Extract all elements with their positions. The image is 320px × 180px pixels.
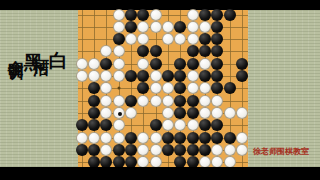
black-player-name: 金明训 — [8, 47, 24, 53]
black-stone — [88, 144, 100, 156]
black-stone — [162, 132, 174, 144]
right-background-panel: 徐老师围棋教室 — [248, 10, 320, 167]
white-stone — [113, 21, 125, 33]
white-stone — [76, 132, 88, 144]
black-stone — [125, 70, 137, 82]
white-stone — [162, 21, 174, 33]
white-stone — [88, 70, 100, 82]
white-stone — [113, 9, 125, 21]
black-stone — [211, 21, 223, 33]
black-stone — [199, 70, 211, 82]
black-stone — [137, 82, 149, 94]
white-stone — [137, 58, 149, 70]
black-stone — [150, 58, 162, 70]
white-stone — [100, 132, 112, 144]
white-stone — [113, 58, 125, 70]
black-stone — [187, 107, 199, 119]
white-stone — [224, 144, 236, 156]
white-stone — [187, 70, 199, 82]
black-stone — [174, 132, 186, 144]
black-stone — [174, 95, 186, 107]
white-stone — [236, 132, 248, 144]
white-stone — [187, 33, 199, 45]
white-stone — [150, 9, 162, 21]
black-stone — [125, 144, 137, 156]
white-stone — [211, 144, 223, 156]
black-stone — [150, 45, 162, 57]
white-stone — [113, 95, 125, 107]
black-stone — [88, 95, 100, 107]
white-stone — [100, 70, 112, 82]
white-stone — [150, 70, 162, 82]
black-stone — [199, 9, 211, 21]
black-stone — [187, 132, 199, 144]
black-stone — [125, 132, 137, 144]
white-stone — [199, 58, 211, 70]
white-stone — [137, 21, 149, 33]
black-stone — [187, 144, 199, 156]
black-stone — [76, 144, 88, 156]
black-stone — [88, 107, 100, 119]
white-stone — [150, 144, 162, 156]
white-stone — [88, 58, 100, 70]
black-stone — [187, 58, 199, 70]
white-stone — [125, 107, 137, 119]
black-stone — [211, 82, 223, 94]
black-stone — [162, 70, 174, 82]
white-stone — [236, 144, 248, 156]
white-stone — [113, 45, 125, 57]
black-stone — [211, 9, 223, 21]
black-stone — [125, 95, 137, 107]
white-stone — [150, 21, 162, 33]
black-stone — [211, 70, 223, 82]
black-stone — [150, 119, 162, 131]
white-stone — [100, 107, 112, 119]
last-move-marker — [118, 112, 122, 116]
white-side-label: 白 — [49, 36, 68, 49]
black-stone — [211, 33, 223, 45]
white-stone — [76, 58, 88, 70]
black-stone — [199, 33, 211, 45]
black-stone — [199, 119, 211, 131]
letterbox-bottom — [0, 167, 320, 180]
black-stone — [174, 144, 186, 156]
white-stone — [113, 70, 125, 82]
black-stone — [211, 119, 223, 131]
black-stone — [174, 58, 186, 70]
white-stone — [236, 107, 248, 119]
black-stone — [236, 58, 248, 70]
black-stone — [187, 45, 199, 57]
black-stone — [137, 9, 149, 21]
white-stone — [125, 33, 137, 45]
go-board — [78, 10, 248, 167]
white-stone — [187, 119, 199, 131]
white-stone — [150, 82, 162, 94]
white-stone — [162, 82, 174, 94]
black-stone — [199, 45, 211, 57]
letterbox-top — [0, 0, 320, 10]
white-stone — [150, 132, 162, 144]
watermark-text: 徐老师围棋教室 — [253, 146, 309, 157]
white-stone — [100, 45, 112, 57]
white-stone — [187, 9, 199, 21]
black-stone — [137, 45, 149, 57]
white-stone — [211, 107, 223, 119]
white-stone — [199, 82, 211, 94]
white-stone — [100, 95, 112, 107]
white-stone — [76, 70, 88, 82]
black-stone — [100, 58, 112, 70]
black-stone — [211, 132, 223, 144]
white-stone — [162, 33, 174, 45]
white-stone — [174, 33, 186, 45]
white-stone — [187, 82, 199, 94]
black-stone — [211, 45, 223, 57]
white-player-name: 柯洁 — [33, 45, 49, 49]
black-stone — [199, 132, 211, 144]
white-stone — [162, 119, 174, 131]
white-stone — [100, 144, 112, 156]
black-stone — [174, 70, 186, 82]
star-point — [117, 87, 120, 90]
black-stone — [174, 21, 186, 33]
white-stone — [162, 107, 174, 119]
black-stone — [162, 144, 174, 156]
black-stone — [88, 82, 100, 94]
player-info-panel: 黑 金明训 白 柯洁 — [0, 10, 78, 167]
white-stone — [187, 21, 199, 33]
black-stone — [187, 95, 199, 107]
white-stone — [88, 132, 100, 144]
black-stone — [224, 82, 236, 94]
black-stone — [125, 21, 137, 33]
black-stone — [88, 119, 100, 131]
black-stone — [224, 9, 236, 21]
white-stone — [100, 82, 112, 94]
black-stone — [100, 119, 112, 131]
white-stone — [199, 107, 211, 119]
black-stone — [211, 58, 223, 70]
white-stone — [137, 132, 149, 144]
video-frame: 黑 金明训 白 柯洁 徐老师围棋教室 — [0, 0, 320, 180]
white-stone — [113, 132, 125, 144]
white-stone — [150, 95, 162, 107]
white-stone — [113, 119, 125, 131]
black-stone — [199, 144, 211, 156]
black-stone — [174, 82, 186, 94]
black-stone — [224, 132, 236, 144]
white-stone — [199, 95, 211, 107]
black-stone — [137, 70, 149, 82]
white-stone — [224, 107, 236, 119]
black-stone — [113, 33, 125, 45]
black-stone — [113, 144, 125, 156]
white-stone — [137, 33, 149, 45]
white-stone — [174, 119, 186, 131]
white-stone — [137, 144, 149, 156]
white-stone — [199, 21, 211, 33]
white-stone — [162, 95, 174, 107]
black-stone — [76, 119, 88, 131]
white-stone — [137, 95, 149, 107]
white-stone — [211, 95, 223, 107]
black-stone — [174, 107, 186, 119]
black-stone — [236, 70, 248, 82]
white-stone — [113, 107, 125, 119]
black-stone — [125, 9, 137, 21]
white-player-column: 白 柯洁 — [33, 36, 68, 49]
